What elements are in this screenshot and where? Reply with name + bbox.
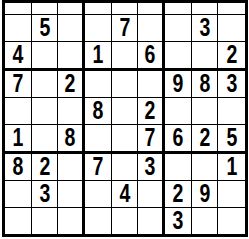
cell-r1c6[interactable] (138, 3, 165, 15)
cell-r5c6[interactable]: 2 (138, 98, 165, 125)
cell-r2c7[interactable] (165, 15, 192, 42)
cell-r3c8[interactable] (192, 42, 219, 71)
cell-r8c6[interactable] (138, 181, 165, 208)
cell-r2c8[interactable]: 3 (192, 15, 219, 42)
cell-r4c4[interactable] (85, 71, 112, 98)
cell-r2c9[interactable] (218, 15, 245, 42)
given-digit: 1 (12, 125, 23, 151)
cell-r3c5[interactable] (112, 42, 139, 71)
cell-r6c4[interactable] (85, 125, 112, 154)
given-digit: 3 (172, 208, 183, 234)
cell-r4c7[interactable]: 9 (165, 71, 192, 98)
cell-r3c1[interactable]: 4 (5, 42, 32, 71)
given-digit: 7 (92, 154, 103, 180)
cell-r2c1[interactable] (5, 15, 32, 42)
cell-r5c2[interactable] (32, 98, 59, 125)
cell-r1c7[interactable] (165, 3, 192, 15)
cell-r5c3[interactable] (58, 98, 85, 125)
cell-r2c2[interactable]: 5 (32, 15, 59, 42)
cell-r7c2[interactable]: 2 (32, 154, 59, 181)
cell-r8c1[interactable] (5, 181, 32, 208)
cell-r6c6[interactable]: 7 (138, 125, 165, 154)
given-digit: 2 (172, 181, 183, 207)
cell-r4c3[interactable]: 2 (58, 71, 85, 98)
given-digit: 9 (199, 181, 210, 207)
cell-r3c6[interactable]: 6 (138, 42, 165, 71)
cell-r9c3[interactable] (58, 208, 85, 234)
cell-r7c5[interactable] (112, 154, 139, 181)
cell-r3c2[interactable] (32, 42, 59, 71)
given-digit: 1 (92, 42, 103, 68)
cell-r4c6[interactable] (138, 71, 165, 98)
cell-r3c9[interactable]: 2 (218, 42, 245, 71)
cell-r8c8[interactable]: 9 (192, 181, 219, 208)
given-digit: 1 (226, 154, 237, 180)
given-digit: 4 (119, 181, 130, 207)
cell-r5c1[interactable] (5, 98, 32, 125)
given-digit: 2 (226, 42, 237, 68)
cell-r2c3[interactable] (58, 15, 85, 42)
cell-r7c1[interactable]: 8 (5, 154, 32, 181)
given-digit: 3 (39, 181, 50, 207)
cell-r6c9[interactable]: 5 (218, 125, 245, 154)
cell-r9c6[interactable] (138, 208, 165, 234)
cell-r4c2[interactable] (32, 71, 59, 98)
cell-r8c4[interactable] (85, 181, 112, 208)
cell-r4c8[interactable]: 8 (192, 71, 219, 98)
cell-r6c5[interactable] (112, 125, 139, 154)
cell-r2c5[interactable]: 7 (112, 15, 139, 42)
cell-r8c7[interactable]: 2 (165, 181, 192, 208)
given-digit: 2 (65, 71, 76, 97)
cell-r9c5[interactable] (112, 208, 139, 234)
cell-r8c3[interactable] (58, 181, 85, 208)
cell-r5c7[interactable] (165, 98, 192, 125)
given-digit: 5 (226, 125, 237, 151)
cell-r7c4[interactable]: 7 (85, 154, 112, 181)
given-digit: 3 (226, 71, 237, 97)
given-digit: 6 (172, 125, 183, 151)
cell-r8c9[interactable] (218, 181, 245, 208)
given-digit: 3 (199, 15, 210, 41)
cell-r3c3[interactable] (58, 42, 85, 71)
given-digit: 8 (12, 154, 23, 180)
cell-r8c5[interactable]: 4 (112, 181, 139, 208)
cell-r1c3[interactable] (58, 3, 85, 15)
cell-r6c7[interactable]: 6 (165, 125, 192, 154)
cell-r3c7[interactable] (165, 42, 192, 71)
cell-r7c9[interactable]: 1 (218, 154, 245, 181)
cell-r6c1[interactable]: 1 (5, 125, 32, 154)
cell-r7c8[interactable] (192, 154, 219, 181)
given-digit: 4 (12, 42, 23, 68)
cell-r5c9[interactable] (218, 98, 245, 125)
given-digit: 6 (145, 42, 156, 68)
cell-r3c4[interactable]: 1 (85, 42, 112, 71)
cell-r1c1[interactable] (5, 3, 32, 15)
cell-r6c2[interactable] (32, 125, 59, 154)
given-digit: 7 (12, 71, 23, 97)
cell-r9c1[interactable] (5, 208, 32, 234)
given-digit: 7 (119, 15, 130, 41)
sudoku-board: 573416272983821876258273134293 (2, 0, 248, 237)
cell-r1c9[interactable] (218, 3, 245, 15)
cell-r5c4[interactable]: 8 (85, 98, 112, 125)
cell-r2c4[interactable] (85, 15, 112, 42)
cell-r9c7[interactable]: 3 (165, 208, 192, 234)
given-digit: 9 (172, 71, 183, 97)
cell-r8c2[interactable]: 3 (32, 181, 59, 208)
given-digit: 8 (92, 98, 103, 124)
cell-r7c3[interactable] (58, 154, 85, 181)
cell-r7c7[interactable] (165, 154, 192, 181)
cell-r4c1[interactable]: 7 (5, 71, 32, 98)
cell-r9c8[interactable] (192, 208, 219, 234)
given-digit: 2 (145, 98, 156, 124)
cell-r1c4[interactable] (85, 3, 112, 15)
given-digit: 5 (39, 15, 50, 41)
cell-r9c4[interactable] (85, 208, 112, 234)
cell-r6c8[interactable]: 2 (192, 125, 219, 154)
cell-r4c5[interactable] (112, 71, 139, 98)
cell-r6c3[interactable]: 8 (58, 125, 85, 154)
cell-r2c6[interactable] (138, 15, 165, 42)
cell-r5c5[interactable] (112, 98, 139, 125)
cell-r9c2[interactable] (32, 208, 59, 234)
given-digit: 8 (199, 71, 210, 97)
given-digit: 7 (145, 125, 156, 151)
cell-r4c9[interactable]: 3 (218, 71, 245, 98)
cell-r9c9[interactable] (218, 208, 245, 234)
given-digit: 3 (145, 154, 156, 180)
cell-r7c6[interactable]: 3 (138, 154, 165, 181)
given-digit: 2 (199, 125, 210, 151)
cell-r5c8[interactable] (192, 98, 219, 125)
given-digit: 2 (39, 154, 50, 180)
given-digit: 8 (65, 125, 76, 151)
